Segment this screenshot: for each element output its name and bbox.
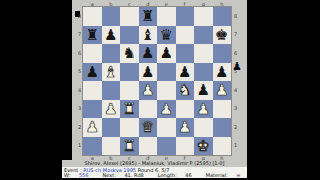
square-c6[interactable]: ♞: [120, 44, 139, 63]
black-pawn: ♟: [178, 63, 191, 82]
rank-label-2: 2: [76, 118, 83, 137]
square-h1[interactable]: [213, 137, 232, 156]
black-queen: ♛: [160, 26, 173, 45]
square-a5[interactable]: ♟: [83, 63, 102, 82]
status-length: Length: 46: [158, 172, 199, 178]
square-h3[interactable]: [213, 100, 232, 119]
rank-labels-left: 87654321: [76, 7, 83, 155]
black-pawn: ♟: [197, 81, 210, 100]
rank-label-5: 5: [76, 63, 83, 82]
square-b1[interactable]: [102, 137, 121, 156]
square-g4[interactable]: ♟: [194, 81, 213, 100]
square-e8[interactable]: [157, 7, 176, 26]
square-f6[interactable]: [176, 44, 195, 63]
rank-label-3: 3: [232, 100, 239, 119]
square-b8[interactable]: [102, 7, 121, 26]
white-pawn: ♟: [215, 81, 228, 100]
status-w: W: 556: [64, 172, 95, 178]
rank-label-8: 8: [232, 7, 239, 26]
white-pawn: ♟: [197, 100, 210, 119]
black-rook: ♜: [141, 7, 154, 26]
square-f5[interactable]: ♟: [176, 63, 195, 82]
square-c4[interactable]: [120, 81, 139, 100]
chess-viewer-panel: abcdefgh 87654321 ♜♜♟♝♛♚♞♟♟♟♝♟♟♟♟♞♟♟♟♜♟♟…: [72, 0, 247, 161]
black-knight: ♞: [123, 44, 136, 63]
rank-label-2: 2: [232, 118, 239, 137]
square-g5[interactable]: [194, 63, 213, 82]
square-c7[interactable]: [120, 26, 139, 45]
square-b6[interactable]: [102, 44, 121, 63]
square-c3[interactable]: ♜: [120, 100, 139, 119]
square-h6[interactable]: [213, 44, 232, 63]
square-c5[interactable]: [120, 63, 139, 82]
square-d2[interactable]: ♛: [139, 118, 158, 137]
rank-label-8: 8: [76, 7, 83, 26]
square-g6[interactable]: [194, 44, 213, 63]
square-d4[interactable]: ♟: [139, 81, 158, 100]
square-b4[interactable]: [102, 81, 121, 100]
square-a7[interactable]: ♜: [83, 26, 102, 45]
black-pawn: ♟: [160, 44, 173, 63]
white-rook: ♜: [123, 100, 136, 119]
black-pawn: ♟: [104, 26, 117, 45]
square-g1[interactable]: ♚: [194, 137, 213, 156]
square-g3[interactable]: ♟: [194, 100, 213, 119]
black-pawn: ♟: [215, 63, 228, 82]
square-d1[interactable]: [139, 137, 158, 156]
square-d8[interactable]: ♜: [139, 7, 158, 26]
status-material: Material: =: [206, 172, 248, 178]
square-g7[interactable]: [194, 26, 213, 45]
square-f7[interactable]: [176, 26, 195, 45]
square-f3[interactable]: [176, 100, 195, 119]
square-e3[interactable]: ♟: [157, 100, 176, 119]
white-pawn: ♟: [86, 118, 99, 137]
white-rook: ♜: [123, 137, 136, 156]
square-g8[interactable]: [194, 7, 213, 26]
square-f4[interactable]: ♞: [176, 81, 195, 100]
square-c8[interactable]: [120, 7, 139, 26]
rank-label-1: 1: [232, 137, 239, 156]
rank-label-1: 1: [76, 137, 83, 156]
rank-label-4: 4: [232, 81, 239, 100]
square-a6[interactable]: [83, 44, 102, 63]
black-king: ♚: [215, 26, 228, 45]
status-line: W: 556Next: 41. Rd8Length: 46Material: =: [62, 173, 247, 178]
white-pawn: ♟: [141, 81, 154, 100]
square-a2[interactable]: ♟: [83, 118, 102, 137]
square-c2[interactable]: [120, 118, 139, 137]
square-h4[interactable]: ♟: [213, 81, 232, 100]
status-next: Next: 41. Rd8: [102, 172, 150, 178]
black-bishop: ♝: [141, 26, 154, 45]
square-e1[interactable]: [157, 137, 176, 156]
rank-label-4: 4: [76, 81, 83, 100]
square-d7[interactable]: ♝: [139, 26, 158, 45]
black-rook: ♜: [86, 26, 99, 45]
square-a1[interactable]: [83, 137, 102, 156]
square-d5[interactable]: ♟: [139, 63, 158, 82]
square-f2[interactable]: ♟: [176, 118, 195, 137]
white-king: ♚: [197, 137, 210, 156]
black-pawn: ♟: [86, 63, 99, 82]
square-b5[interactable]: ♝: [102, 63, 121, 82]
square-a3[interactable]: [83, 100, 102, 119]
square-e5[interactable]: [157, 63, 176, 82]
square-e4[interactable]: [157, 81, 176, 100]
white-queen: ♛: [141, 118, 154, 137]
square-f1[interactable]: [176, 137, 195, 156]
square-c1[interactable]: ♜: [120, 137, 139, 156]
square-d6[interactable]: ♟: [139, 44, 158, 63]
square-e6[interactable]: ♟: [157, 44, 176, 63]
square-h5[interactable]: ♟: [213, 63, 232, 82]
video-frame: { "game": "chess", "position": { "fen": …: [0, 0, 320, 180]
white-pawn: ♟: [104, 100, 117, 119]
rank-label-3: 3: [76, 100, 83, 119]
square-e2[interactable]: [157, 118, 176, 137]
rank-label-7: 7: [232, 26, 239, 45]
rank-labels-right: 87654321: [232, 7, 239, 155]
white-bishop: ♝: [104, 63, 117, 82]
square-g2[interactable]: [194, 118, 213, 137]
rank-label-6: 6: [76, 44, 83, 63]
square-h7[interactable]: ♚: [213, 26, 232, 45]
square-b7[interactable]: ♟: [102, 26, 121, 45]
border-pawn-marker: ♟: [232, 61, 242, 72]
white-pawn: ♟: [178, 118, 191, 137]
square-b3[interactable]: ♟: [102, 100, 121, 119]
square-f8[interactable]: [176, 7, 195, 26]
square-h2[interactable]: [213, 118, 232, 137]
square-b2[interactable]: [102, 118, 121, 137]
black-pawn: ♟: [141, 63, 154, 82]
square-h8[interactable]: [213, 7, 232, 26]
chess-board[interactable]: ♜♜♟♝♛♚♞♟♟♟♝♟♟♟♟♞♟♟♟♜♟♟♟♛♟♜♚: [83, 7, 231, 155]
white-knight: ♞: [178, 81, 191, 100]
square-a8[interactable]: [83, 7, 102, 26]
black-pawn: ♟: [141, 44, 154, 63]
square-e7[interactable]: ♛: [157, 26, 176, 45]
game-info-box: Event : RUS-ch Moskva 1995 Round 6, 5/7 …: [62, 167, 247, 178]
square-d3[interactable]: [139, 100, 158, 119]
square-a4[interactable]: [83, 81, 102, 100]
white-pawn: ♟: [160, 100, 173, 119]
rank-label-7: 7: [76, 26, 83, 45]
